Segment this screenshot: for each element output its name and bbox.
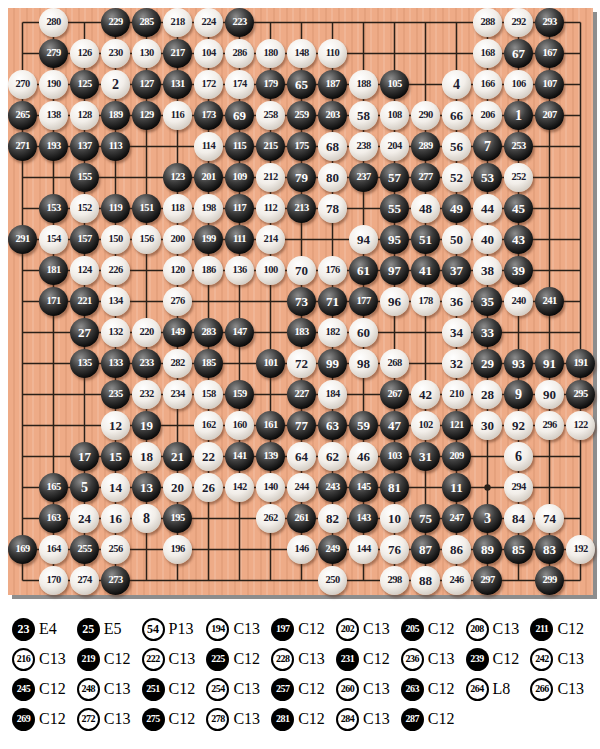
- stone-64[interactable]: 64: [287, 442, 316, 471]
- point-G19[interactable]: 224: [193, 7, 224, 38]
- point-O11[interactable]: 41: [410, 255, 441, 286]
- stone-285[interactable]: 285: [132, 8, 161, 37]
- stone-193[interactable]: 193: [39, 132, 68, 161]
- point-C16[interactable]: 128: [69, 100, 100, 131]
- point-G11[interactable]: 186: [193, 255, 224, 286]
- point-K5[interactable]: 64: [286, 441, 317, 472]
- stone-177[interactable]: 177: [349, 287, 378, 316]
- stone-246[interactable]: 246: [442, 566, 471, 595]
- stone-92[interactable]: 92: [504, 411, 533, 440]
- point-T13[interactable]: [565, 193, 596, 224]
- point-P8[interactable]: 32: [441, 348, 472, 379]
- stone-138[interactable]: 138: [39, 101, 68, 130]
- point-C1[interactable]: 274: [69, 565, 100, 596]
- stone-53[interactable]: 53: [473, 163, 502, 192]
- stone-186[interactable]: 186: [194, 256, 223, 285]
- point-M17[interactable]: 188: [348, 69, 379, 100]
- point-M9[interactable]: 60: [348, 317, 379, 348]
- point-M8[interactable]: 98: [348, 348, 379, 379]
- point-O14[interactable]: 277: [410, 162, 441, 193]
- stone-182[interactable]: 182: [318, 318, 347, 347]
- point-O2[interactable]: 87: [410, 534, 441, 565]
- stone-45[interactable]: 45: [504, 194, 533, 223]
- point-J5[interactable]: 139: [255, 441, 286, 472]
- point-P19[interactable]: [441, 7, 472, 38]
- point-E17[interactable]: 127: [131, 69, 162, 100]
- stone-188[interactable]: 188: [349, 70, 378, 99]
- point-J19[interactable]: [255, 7, 286, 38]
- point-D17[interactable]: 2: [100, 69, 131, 100]
- stone-180[interactable]: 180: [256, 39, 285, 68]
- point-R16[interactable]: 1: [503, 100, 534, 131]
- point-D8[interactable]: 133: [100, 348, 131, 379]
- stone-2[interactable]: 2: [101, 70, 130, 99]
- stone-149[interactable]: 149: [163, 318, 192, 347]
- point-C6[interactable]: [69, 410, 100, 441]
- stone-84[interactable]: 84: [504, 504, 533, 533]
- stone-67[interactable]: 67: [504, 39, 533, 68]
- point-O10[interactable]: 178: [410, 286, 441, 317]
- point-E13[interactable]: 151: [131, 193, 162, 224]
- stone-142[interactable]: 142: [225, 473, 254, 502]
- point-E11[interactable]: [131, 255, 162, 286]
- stone-69[interactable]: 69: [225, 101, 254, 130]
- stone-148[interactable]: 148: [287, 39, 316, 68]
- point-H4[interactable]: 142: [224, 472, 255, 503]
- point-B17[interactable]: 190: [38, 69, 69, 100]
- point-F16[interactable]: 116: [162, 100, 193, 131]
- stone-7[interactable]: 7: [473, 132, 502, 161]
- point-J8[interactable]: 101: [255, 348, 286, 379]
- point-R11[interactable]: 39: [503, 255, 534, 286]
- point-N8[interactable]: 268: [379, 348, 410, 379]
- stone-173[interactable]: 173: [194, 101, 223, 130]
- point-N5[interactable]: 103: [379, 441, 410, 472]
- stone-29[interactable]: 29: [473, 349, 502, 378]
- stone-58[interactable]: 58: [349, 101, 378, 130]
- point-F17[interactable]: 131: [162, 69, 193, 100]
- stone-220[interactable]: 220: [132, 318, 161, 347]
- stone-15[interactable]: 15: [101, 442, 130, 471]
- stone-91[interactable]: 91: [535, 349, 564, 378]
- stone-144[interactable]: 144: [349, 535, 378, 564]
- stone-166[interactable]: 166: [473, 70, 502, 99]
- stone-32[interactable]: 32: [442, 349, 471, 378]
- point-Q19[interactable]: 288: [472, 7, 503, 38]
- point-C17[interactable]: 125: [69, 69, 100, 100]
- point-S17[interactable]: 107: [534, 69, 565, 100]
- stone-101[interactable]: 101: [256, 349, 285, 378]
- point-F4[interactable]: 20: [162, 472, 193, 503]
- point-R12[interactable]: 43: [503, 224, 534, 255]
- stone-195[interactable]: 195: [163, 504, 192, 533]
- stone-164[interactable]: 164: [39, 535, 68, 564]
- point-E1[interactable]: [131, 565, 162, 596]
- point-G18[interactable]: 104: [193, 38, 224, 69]
- point-N16[interactable]: 108: [379, 100, 410, 131]
- point-H19[interactable]: 223: [224, 7, 255, 38]
- stone-159[interactable]: 159: [225, 380, 254, 409]
- point-D12[interactable]: 150: [100, 224, 131, 255]
- point-Q2[interactable]: 89: [472, 534, 503, 565]
- stone-125[interactable]: 125: [70, 70, 99, 99]
- point-J13[interactable]: 112: [255, 193, 286, 224]
- point-E7[interactable]: 232: [131, 379, 162, 410]
- point-G5[interactable]: 22: [193, 441, 224, 472]
- stone-52[interactable]: 52: [442, 163, 471, 192]
- point-P15[interactable]: 56: [441, 131, 472, 162]
- stone-82[interactable]: 82: [318, 504, 347, 533]
- point-J18[interactable]: 180: [255, 38, 286, 69]
- point-E10[interactable]: [131, 286, 162, 317]
- stone-70[interactable]: 70: [287, 256, 316, 285]
- stone-206[interactable]: 206: [473, 101, 502, 130]
- point-H15[interactable]: 115: [224, 131, 255, 162]
- point-J11[interactable]: 100: [255, 255, 286, 286]
- stone-132[interactable]: 132: [101, 318, 130, 347]
- stone-83[interactable]: 83: [535, 535, 564, 564]
- point-C9[interactable]: 27: [69, 317, 100, 348]
- stone-297[interactable]: 297: [473, 566, 502, 595]
- point-S4[interactable]: [534, 472, 565, 503]
- stone-274[interactable]: 274: [70, 566, 99, 595]
- point-A6[interactable]: [7, 410, 38, 441]
- point-E14[interactable]: [131, 162, 162, 193]
- stone-204[interactable]: 204: [380, 132, 409, 161]
- stone-174[interactable]: 174: [225, 70, 254, 99]
- stone-165[interactable]: 165: [39, 473, 68, 502]
- point-R6[interactable]: 92: [503, 410, 534, 441]
- stone-244[interactable]: 244: [287, 473, 316, 502]
- stone-179[interactable]: 179: [256, 70, 285, 99]
- stone-100[interactable]: 100: [256, 256, 285, 285]
- point-S15[interactable]: [534, 131, 565, 162]
- point-H8[interactable]: [224, 348, 255, 379]
- point-D11[interactable]: 226: [100, 255, 131, 286]
- point-M1[interactable]: [348, 565, 379, 596]
- point-P13[interactable]: 49: [441, 193, 472, 224]
- stone-20[interactable]: 20: [163, 473, 192, 502]
- stone-43[interactable]: 43: [504, 225, 533, 254]
- stone-196[interactable]: 196: [163, 535, 192, 564]
- point-N6[interactable]: 47: [379, 410, 410, 441]
- point-A3[interactable]: [7, 503, 38, 534]
- point-L15[interactable]: 68: [317, 131, 348, 162]
- point-T4[interactable]: [565, 472, 596, 503]
- stone-283[interactable]: 283: [194, 318, 223, 347]
- point-B18[interactable]: 279: [38, 38, 69, 69]
- point-M13[interactable]: [348, 193, 379, 224]
- point-D2[interactable]: 256: [100, 534, 131, 565]
- point-B12[interactable]: 154: [38, 224, 69, 255]
- point-D1[interactable]: 273: [100, 565, 131, 596]
- point-N9[interactable]: [379, 317, 410, 348]
- point-T16[interactable]: [565, 100, 596, 131]
- stone-19[interactable]: 19: [132, 411, 161, 440]
- stone-181[interactable]: 181: [39, 256, 68, 285]
- stone-258[interactable]: 258: [256, 101, 285, 130]
- stone-8[interactable]: 8: [132, 504, 161, 533]
- stone-146[interactable]: 146: [287, 535, 316, 564]
- point-R14[interactable]: 252: [503, 162, 534, 193]
- stone-291[interactable]: 291: [8, 225, 37, 254]
- point-O8[interactable]: [410, 348, 441, 379]
- point-B16[interactable]: 138: [38, 100, 69, 131]
- stone-289[interactable]: 289: [411, 132, 440, 161]
- stone-137[interactable]: 137: [70, 132, 99, 161]
- point-E15[interactable]: [131, 131, 162, 162]
- stone-299[interactable]: 299: [535, 566, 564, 595]
- point-K10[interactable]: 73: [286, 286, 317, 317]
- point-Q10[interactable]: 35: [472, 286, 503, 317]
- point-M15[interactable]: 238: [348, 131, 379, 162]
- point-O1[interactable]: 88: [410, 565, 441, 596]
- point-A5[interactable]: [7, 441, 38, 472]
- stone-253[interactable]: 253: [504, 132, 533, 161]
- point-P3[interactable]: 247: [441, 503, 472, 534]
- stone-128[interactable]: 128: [70, 101, 99, 130]
- point-Q3[interactable]: 3: [472, 503, 503, 534]
- point-G15[interactable]: 114: [193, 131, 224, 162]
- point-J9[interactable]: [255, 317, 286, 348]
- point-E18[interactable]: 130: [131, 38, 162, 69]
- stone-136[interactable]: 136: [225, 256, 254, 285]
- stone-247[interactable]: 247: [442, 504, 471, 533]
- point-S16[interactable]: 207: [534, 100, 565, 131]
- stone-215[interactable]: 215: [256, 132, 285, 161]
- stone-12[interactable]: 12: [101, 411, 130, 440]
- point-O13[interactable]: 48: [410, 193, 441, 224]
- stone-86[interactable]: 86: [442, 535, 471, 564]
- point-Q17[interactable]: 166: [472, 69, 503, 100]
- point-P17[interactable]: 4: [441, 69, 472, 100]
- point-H13[interactable]: 117: [224, 193, 255, 224]
- stone-241[interactable]: 241: [535, 287, 564, 316]
- point-F19[interactable]: 218: [162, 7, 193, 38]
- stone-286[interactable]: 286: [225, 39, 254, 68]
- stone-81[interactable]: 81: [380, 473, 409, 502]
- point-T9[interactable]: [565, 317, 596, 348]
- point-H10[interactable]: [224, 286, 255, 317]
- stone-298[interactable]: 298: [380, 566, 409, 595]
- stone-147[interactable]: 147: [225, 318, 254, 347]
- point-L6[interactable]: 63: [317, 410, 348, 441]
- point-G10[interactable]: [193, 286, 224, 317]
- stone-119[interactable]: 119: [101, 194, 130, 223]
- point-E6[interactable]: 19: [131, 410, 162, 441]
- point-L5[interactable]: 62: [317, 441, 348, 472]
- point-R2[interactable]: 85: [503, 534, 534, 565]
- point-E3[interactable]: 8: [131, 503, 162, 534]
- point-G6[interactable]: 162: [193, 410, 224, 441]
- point-C4[interactable]: 5: [69, 472, 100, 503]
- stone-110[interactable]: 110: [318, 39, 347, 68]
- stone-1[interactable]: 1: [504, 101, 533, 130]
- point-N14[interactable]: 57: [379, 162, 410, 193]
- point-R10[interactable]: 240: [503, 286, 534, 317]
- stone-223[interactable]: 223: [225, 8, 254, 37]
- stone-169[interactable]: 169: [8, 535, 37, 564]
- point-B5[interactable]: [38, 441, 69, 472]
- point-H14[interactable]: 109: [224, 162, 255, 193]
- point-D15[interactable]: 113: [100, 131, 131, 162]
- point-N4[interactable]: 81: [379, 472, 410, 503]
- stone-68[interactable]: 68: [318, 132, 347, 161]
- stone-78[interactable]: 78: [318, 194, 347, 223]
- stone-16[interactable]: 16: [101, 504, 130, 533]
- point-B7[interactable]: [38, 379, 69, 410]
- stone-114[interactable]: 114: [194, 132, 223, 161]
- stone-280[interactable]: 280: [39, 8, 68, 37]
- point-C8[interactable]: 135: [69, 348, 100, 379]
- point-H1[interactable]: [224, 565, 255, 596]
- stone-105[interactable]: 105: [380, 70, 409, 99]
- point-B14[interactable]: [38, 162, 69, 193]
- point-K1[interactable]: [286, 565, 317, 596]
- point-Q11[interactable]: 38: [472, 255, 503, 286]
- stone-102[interactable]: 102: [411, 411, 440, 440]
- point-M14[interactable]: 237: [348, 162, 379, 193]
- point-H17[interactable]: 174: [224, 69, 255, 100]
- point-Q6[interactable]: 30: [472, 410, 503, 441]
- stone-33[interactable]: 33: [473, 318, 502, 347]
- stone-6[interactable]: 6: [504, 442, 533, 471]
- stone-97[interactable]: 97: [380, 256, 409, 285]
- point-K4[interactable]: 244: [286, 472, 317, 503]
- point-D14[interactable]: [100, 162, 131, 193]
- point-E5[interactable]: 18: [131, 441, 162, 472]
- stone-271[interactable]: 271: [8, 132, 37, 161]
- point-P16[interactable]: 66: [441, 100, 472, 131]
- point-R1[interactable]: [503, 565, 534, 596]
- stone-108[interactable]: 108: [380, 101, 409, 130]
- stone-56[interactable]: 56: [442, 132, 471, 161]
- point-J10[interactable]: [255, 286, 286, 317]
- point-A17[interactable]: 270: [7, 69, 38, 100]
- stone-112[interactable]: 112: [256, 194, 285, 223]
- stone-288[interactable]: 288: [473, 8, 502, 37]
- point-K13[interactable]: 213: [286, 193, 317, 224]
- point-S7[interactable]: 90: [534, 379, 565, 410]
- stone-240[interactable]: 240: [504, 287, 533, 316]
- point-F14[interactable]: 123: [162, 162, 193, 193]
- point-T8[interactable]: 191: [565, 348, 596, 379]
- point-F2[interactable]: 196: [162, 534, 193, 565]
- stone-214[interactable]: 214: [256, 225, 285, 254]
- point-L8[interactable]: 99: [317, 348, 348, 379]
- point-P2[interactable]: 86: [441, 534, 472, 565]
- stone-155[interactable]: 155: [70, 163, 99, 192]
- stone-120[interactable]: 120: [163, 256, 192, 285]
- point-C18[interactable]: 126: [69, 38, 100, 69]
- point-P1[interactable]: 246: [441, 565, 472, 596]
- point-F7[interactable]: 234: [162, 379, 193, 410]
- point-C13[interactable]: 152: [69, 193, 100, 224]
- stone-255[interactable]: 255: [70, 535, 99, 564]
- point-B8[interactable]: [38, 348, 69, 379]
- stone-203[interactable]: 203: [318, 101, 347, 130]
- point-G3[interactable]: [193, 503, 224, 534]
- point-R9[interactable]: [503, 317, 534, 348]
- point-F8[interactable]: 282: [162, 348, 193, 379]
- stone-139[interactable]: 139: [256, 442, 285, 471]
- point-T1[interactable]: [565, 565, 596, 596]
- point-J2[interactable]: [255, 534, 286, 565]
- point-L17[interactable]: 187: [317, 69, 348, 100]
- stone-172[interactable]: 172: [194, 70, 223, 99]
- point-H2[interactable]: [224, 534, 255, 565]
- stone-170[interactable]: 170: [39, 566, 68, 595]
- stone-262[interactable]: 262: [256, 504, 285, 533]
- point-S2[interactable]: 83: [534, 534, 565, 565]
- stone-28[interactable]: 28: [473, 380, 502, 409]
- point-B10[interactable]: 171: [38, 286, 69, 317]
- point-E19[interactable]: 285: [131, 7, 162, 38]
- stone-175[interactable]: 175: [287, 132, 316, 161]
- point-J7[interactable]: [255, 379, 286, 410]
- point-S3[interactable]: 74: [534, 503, 565, 534]
- point-K12[interactable]: [286, 224, 317, 255]
- stone-143[interactable]: 143: [349, 504, 378, 533]
- stone-5[interactable]: 5: [70, 473, 99, 502]
- point-G8[interactable]: 185: [193, 348, 224, 379]
- point-C12[interactable]: 157: [69, 224, 100, 255]
- point-J6[interactable]: 161: [255, 410, 286, 441]
- stone-13[interactable]: 13: [132, 473, 161, 502]
- stone-121[interactable]: 121: [442, 411, 471, 440]
- stone-238[interactable]: 238: [349, 132, 378, 161]
- stone-27[interactable]: 27: [70, 318, 99, 347]
- point-O17[interactable]: [410, 69, 441, 100]
- stone-250[interactable]: 250: [318, 566, 347, 595]
- point-B6[interactable]: [38, 410, 69, 441]
- stone-34[interactable]: 34: [442, 318, 471, 347]
- stone-31[interactable]: 31: [411, 442, 440, 471]
- stone-230[interactable]: 230: [101, 39, 130, 68]
- point-C5[interactable]: 17: [69, 441, 100, 472]
- point-K18[interactable]: 148: [286, 38, 317, 69]
- stone-24[interactable]: 24: [70, 504, 99, 533]
- point-T12[interactable]: [565, 224, 596, 255]
- stone-237[interactable]: 237: [349, 163, 378, 192]
- point-M19[interactable]: [348, 7, 379, 38]
- point-K16[interactable]: 259: [286, 100, 317, 131]
- point-M7[interactable]: [348, 379, 379, 410]
- point-G14[interactable]: 201: [193, 162, 224, 193]
- stone-131[interactable]: 131: [163, 70, 192, 99]
- stone-130[interactable]: 130: [132, 39, 161, 68]
- point-F1[interactable]: [162, 565, 193, 596]
- stone-76[interactable]: 76: [380, 535, 409, 564]
- stone-65[interactable]: 65: [287, 70, 316, 99]
- point-K15[interactable]: 175: [286, 131, 317, 162]
- point-R18[interactable]: 67: [503, 38, 534, 69]
- point-K7[interactable]: 227: [286, 379, 317, 410]
- point-L3[interactable]: 82: [317, 503, 348, 534]
- point-H12[interactable]: 111: [224, 224, 255, 255]
- stone-161[interactable]: 161: [256, 411, 285, 440]
- point-J14[interactable]: 212: [255, 162, 286, 193]
- stone-201[interactable]: 201: [194, 163, 223, 192]
- stone-133[interactable]: 133: [101, 349, 130, 378]
- point-C11[interactable]: 124: [69, 255, 100, 286]
- stone-199[interactable]: 199: [194, 225, 223, 254]
- stone-44[interactable]: 44: [473, 194, 502, 223]
- point-J3[interactable]: 262: [255, 503, 286, 534]
- point-T19[interactable]: [565, 7, 596, 38]
- stone-295[interactable]: 295: [566, 380, 595, 409]
- stone-176[interactable]: 176: [318, 256, 347, 285]
